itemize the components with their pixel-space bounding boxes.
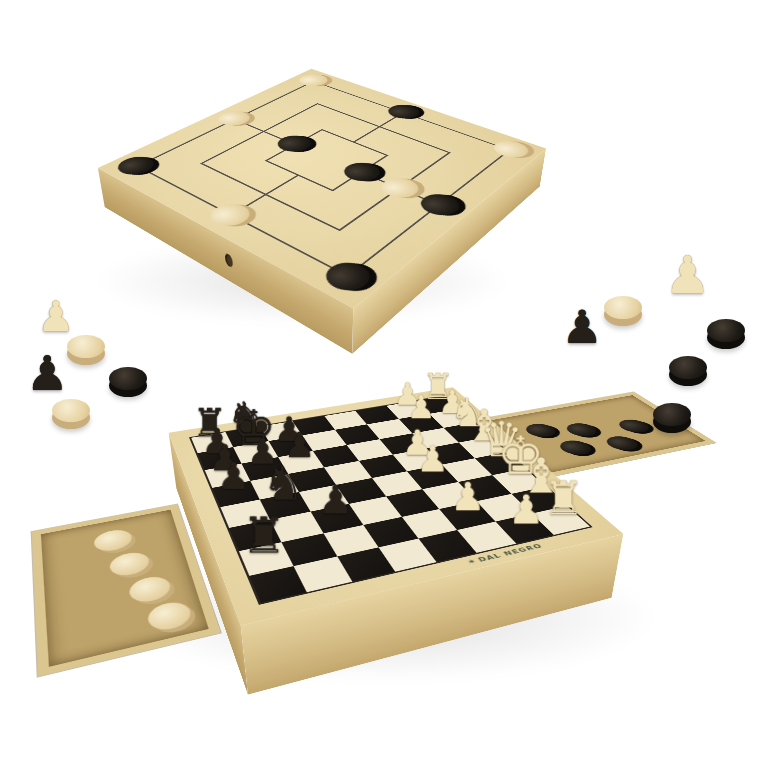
chess-piece-glyph: ♟	[217, 458, 250, 493]
black-pawn-a5: ♟	[209, 440, 259, 494]
logo-star-icon: ✶	[465, 557, 478, 565]
chess-board-box: ✶DAL NEGRO♜♞♟♜♟♚♟♟♟♟♟♟♞♟♟♝♞♟♛♟♚♜♟♝♟♜	[198, 304, 546, 652]
chess-board-surface: ✶DAL NEGRO♜♞♟♜♟♚♟♟♟♟♟♟♞♟♟♝♞♟♛♟♚♜♟♝♟♜	[169, 387, 624, 625]
checker-top	[414, 190, 467, 219]
chess-piece-glyph: ♟	[508, 491, 544, 529]
black-pawn-c3: ♟	[310, 462, 362, 518]
loose-right-black-pawn-2: ♟	[562, 304, 603, 350]
checker-top	[52, 399, 90, 422]
chess-piece-glyph: ♟	[451, 479, 486, 516]
black-rook-a2: ♜	[236, 499, 292, 560]
loose-right-cream-checker-3	[604, 296, 642, 326]
chess-piece-glyph: ♟	[318, 482, 353, 519]
product-photo-scene: ✶DAL NEGRO♜♞♟♜♟♚♟♟♟♟♟♟♞♟♟♝♞♟♛♟♚♜♟♝♟♜ ♟♟♟…	[0, 0, 768, 768]
checker-top	[707, 319, 745, 342]
checker-top	[604, 296, 642, 319]
white-pawn-g1: ♟	[499, 471, 552, 529]
loose-left-black-pawn-3: ♟	[26, 349, 69, 397]
white-pawn-f2: ♟	[442, 459, 494, 515]
loose-left-black-checker-4	[109, 367, 147, 397]
loose-right-black-checker-5	[669, 356, 707, 386]
morris-board-box	[168, 0, 486, 317]
black-knight-b4: ♞	[258, 451, 309, 506]
checker-top	[109, 367, 147, 390]
loose-right-black-checker-4	[707, 319, 745, 349]
checker-top	[669, 356, 707, 379]
loose-left-cream-pawn-1: ♟	[37, 296, 75, 338]
loose-right-black-checker-6	[653, 403, 691, 433]
checker-top	[67, 335, 105, 358]
chess-piece-glyph: ♜	[242, 513, 286, 560]
checker-top	[653, 403, 691, 426]
loose-left-cream-checker-2	[67, 335, 105, 365]
morris-black-checker-d1	[414, 190, 467, 219]
finger-hole	[225, 252, 233, 268]
loose-right-cream-pawn-1: ♟	[664, 249, 711, 301]
loose-left-cream-checker-5	[52, 399, 90, 429]
